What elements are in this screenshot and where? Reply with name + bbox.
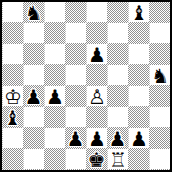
square-h7[interactable]	[149, 23, 170, 44]
piece-black-pawn: ♟	[25, 87, 43, 108]
square-d1[interactable]	[65, 149, 86, 170]
square-h1[interactable]	[149, 149, 170, 170]
piece-black-bishop: ♝	[4, 108, 22, 129]
chess-board: ♞♝♟♞♔♟♟♙♝♟♟♟♟♚♖	[2, 2, 170, 170]
square-h6[interactable]	[149, 44, 170, 65]
piece-white-king: ♔	[4, 86, 22, 107]
piece-white-rook: ♖	[109, 149, 127, 170]
piece-black-pawn: ♟	[67, 129, 85, 150]
square-a6[interactable]	[2, 44, 23, 65]
square-h2[interactable]	[149, 128, 170, 149]
square-h5[interactable]: ♞	[149, 65, 170, 86]
square-d7[interactable]	[65, 23, 86, 44]
square-a7[interactable]	[2, 23, 23, 44]
square-c8[interactable]	[44, 2, 65, 23]
square-d5[interactable]	[65, 65, 86, 86]
square-e8[interactable]	[86, 2, 107, 23]
piece-black-bishop: ♝	[130, 2, 148, 23]
square-f3[interactable]	[107, 107, 128, 128]
square-b8[interactable]: ♞	[23, 2, 44, 23]
square-c2[interactable]	[44, 128, 65, 149]
square-f2[interactable]: ♟	[107, 128, 128, 149]
square-b5[interactable]	[23, 65, 44, 86]
square-f6[interactable]	[107, 44, 128, 65]
square-e5[interactable]	[86, 65, 107, 86]
square-b1[interactable]	[23, 149, 44, 170]
square-b4[interactable]: ♟	[23, 86, 44, 107]
square-e1[interactable]: ♚	[86, 149, 107, 170]
square-d8[interactable]	[65, 2, 86, 23]
piece-black-pawn: ♟	[109, 129, 127, 150]
square-c5[interactable]	[44, 65, 65, 86]
piece-black-pawn: ♟	[130, 128, 148, 149]
square-a3[interactable]: ♝	[2, 107, 23, 128]
square-c1[interactable]	[44, 149, 65, 170]
square-d6[interactable]	[65, 44, 86, 65]
piece-black-king: ♚	[88, 150, 106, 171]
square-h3[interactable]	[149, 107, 170, 128]
square-e3[interactable]	[86, 107, 107, 128]
square-g4[interactable]	[128, 86, 149, 107]
square-g6[interactable]	[128, 44, 149, 65]
square-f5[interactable]	[107, 65, 128, 86]
square-d2[interactable]: ♟	[65, 128, 86, 149]
square-a1[interactable]	[2, 149, 23, 170]
square-a4[interactable]: ♔	[2, 86, 23, 107]
piece-black-knight: ♞	[151, 65, 169, 86]
square-c4[interactable]: ♟	[44, 86, 65, 107]
square-g3[interactable]	[128, 107, 149, 128]
piece-white-pawn: ♙	[88, 86, 106, 107]
square-a2[interactable]	[2, 128, 23, 149]
square-b2[interactable]	[23, 128, 44, 149]
square-c3[interactable]	[44, 107, 65, 128]
square-h4[interactable]	[149, 86, 170, 107]
square-d4[interactable]	[65, 86, 86, 107]
square-c6[interactable]	[44, 44, 65, 65]
square-f4[interactable]	[107, 86, 128, 107]
square-c7[interactable]	[44, 23, 65, 44]
square-e4[interactable]: ♙	[86, 86, 107, 107]
piece-black-pawn: ♟	[88, 128, 106, 149]
square-b3[interactable]	[23, 107, 44, 128]
square-g2[interactable]: ♟	[128, 128, 149, 149]
piece-black-pawn: ♟	[88, 44, 106, 65]
piece-black-pawn: ♟	[46, 86, 64, 107]
square-f1[interactable]: ♖	[107, 149, 128, 170]
square-d3[interactable]	[65, 107, 86, 128]
square-f7[interactable]	[107, 23, 128, 44]
square-g1[interactable]	[128, 149, 149, 170]
square-g5[interactable]	[128, 65, 149, 86]
square-h8[interactable]	[149, 2, 170, 23]
square-e2[interactable]: ♟	[86, 128, 107, 149]
square-g7[interactable]	[128, 23, 149, 44]
square-b6[interactable]	[23, 44, 44, 65]
square-e7[interactable]	[86, 23, 107, 44]
square-g8[interactable]: ♝	[128, 2, 149, 23]
square-b7[interactable]	[23, 23, 44, 44]
square-f8[interactable]	[107, 2, 128, 23]
chess-board-frame: ♞♝♟♞♔♟♟♙♝♟♟♟♟♚♖	[0, 0, 172, 172]
square-a5[interactable]	[2, 65, 23, 86]
square-e6[interactable]: ♟	[86, 44, 107, 65]
square-a8[interactable]	[2, 2, 23, 23]
piece-black-knight: ♞	[25, 3, 43, 24]
